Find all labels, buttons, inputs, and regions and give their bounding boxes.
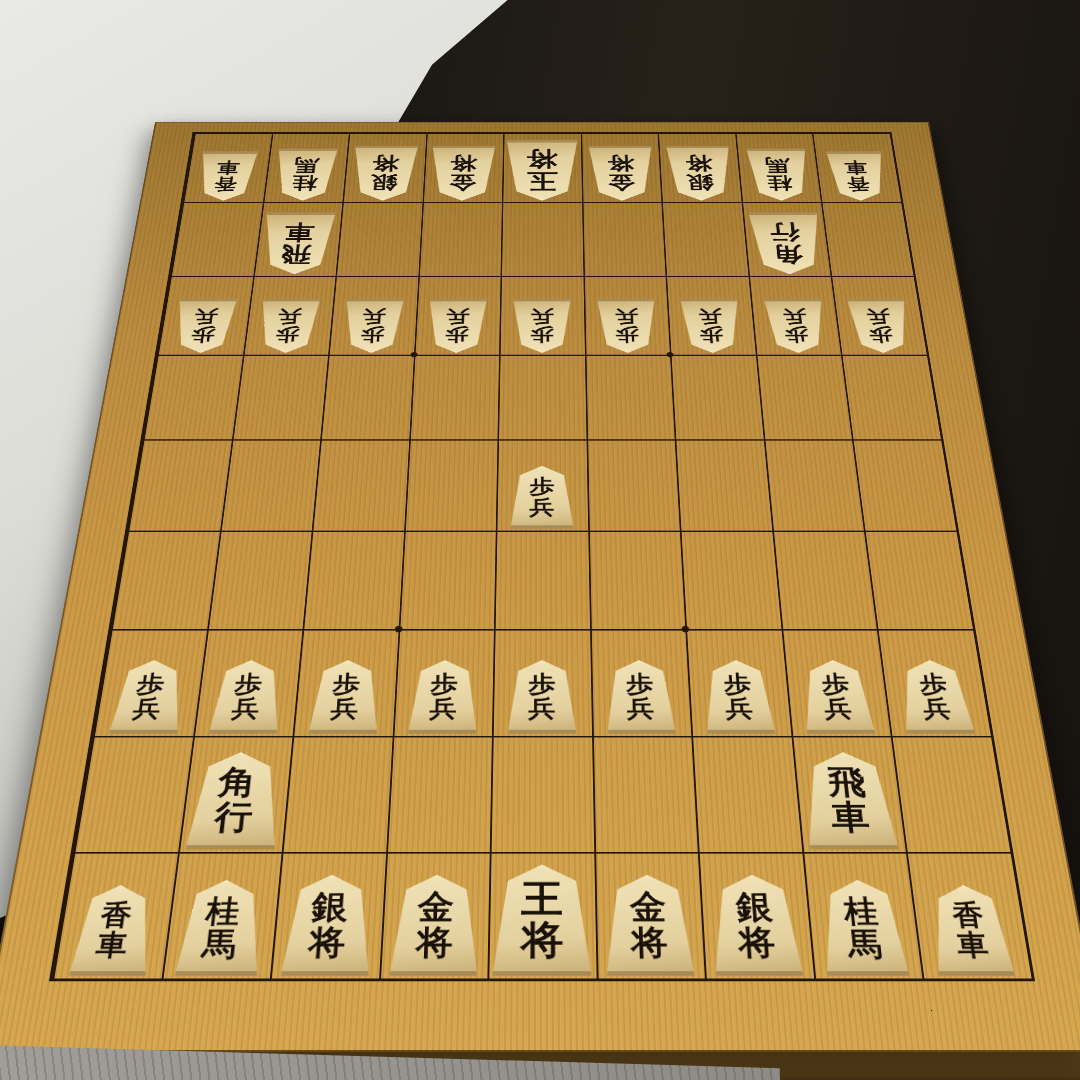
square-1-h[interactable] — [891, 736, 1010, 852]
square-5-i[interactable]: 王将 — [488, 852, 597, 979]
piece-gote-lance[interactable]: 香車 — [194, 151, 259, 200]
square-5-b[interactable] — [501, 202, 584, 276]
piece-kanji: 行 — [769, 222, 801, 243]
piece-kanji: 歩 — [234, 673, 264, 696]
piece-kanji: 兵 — [231, 697, 261, 720]
piece-kanji: 兵 — [627, 697, 655, 720]
square-8-c[interactable]: 歩兵 — [243, 276, 336, 355]
piece-sente-gold[interactable]: 金将 — [603, 875, 697, 976]
piece-kanji: 銀 — [686, 173, 714, 191]
square-9-g[interactable]: 歩兵 — [93, 629, 207, 736]
square-3-g[interactable]: 歩兵 — [686, 629, 792, 736]
piece-kanji: 香 — [213, 176, 238, 192]
square-2-d[interactable] — [756, 355, 853, 440]
square-9-b[interactable] — [171, 202, 263, 276]
piece-sente-lance[interactable]: 香車 — [67, 885, 159, 976]
piece-sente-rook[interactable]: 飛車 — [798, 752, 900, 849]
piece-kanji: 王 — [521, 880, 563, 918]
piece-kanji: 歩 — [626, 673, 654, 696]
piece-kanji: 歩 — [918, 673, 949, 696]
piece-kanji: 兵 — [446, 308, 470, 325]
piece-kanji: 車 — [830, 801, 872, 835]
square-2-c[interactable]: 歩兵 — [748, 276, 841, 355]
piece-kanji: 兵 — [530, 308, 553, 325]
square-2-g[interactable]: 歩兵 — [781, 629, 891, 736]
square-4-f[interactable] — [588, 531, 686, 630]
piece-kanji: 銀 — [310, 890, 349, 923]
square-5-e[interactable]: 歩兵 — [496, 439, 588, 530]
piece-kanji: 車 — [844, 160, 869, 175]
piece-kanji: 香 — [99, 901, 134, 929]
square-1-b[interactable] — [821, 202, 913, 276]
piece-kanji: 馬 — [201, 928, 238, 959]
piece-sente-knight[interactable]: 桂馬 — [173, 880, 268, 976]
piece-kanji: 歩 — [445, 326, 469, 343]
piece-sente-pawn[interactable]: 歩兵 — [895, 660, 976, 733]
piece-gote-pawn[interactable]: 歩兵 — [255, 299, 322, 353]
square-2-b[interactable]: 角行 — [741, 202, 830, 276]
square-6-b[interactable] — [418, 202, 502, 276]
square-4-g[interactable]: 歩兵 — [590, 629, 692, 736]
piece-kanji: 歩 — [275, 326, 300, 343]
piece-kanji: 玉 — [526, 170, 557, 191]
piece-kanji: 香 — [950, 901, 985, 929]
piece-sente-lance[interactable]: 香車 — [925, 885, 1017, 976]
piece-gote-rook[interactable]: 飛車 — [258, 213, 338, 275]
square-5-g[interactable]: 歩兵 — [492, 629, 592, 736]
piece-gote-pawn[interactable]: 歩兵 — [679, 299, 744, 353]
square-4-c[interactable]: 歩兵 — [583, 276, 670, 355]
square-1-c[interactable]: 歩兵 — [831, 276, 927, 355]
square-2-e[interactable] — [764, 439, 865, 530]
piece-gote-knight[interactable]: 桂馬 — [745, 149, 813, 201]
piece-sente-silver[interactable]: 銀将 — [708, 875, 806, 976]
piece-kanji: 飛 — [280, 243, 312, 264]
square-5-c[interactable]: 歩兵 — [499, 276, 584, 355]
square-9-a[interactable]: 香車 — [183, 133, 272, 202]
square-7-b[interactable] — [336, 202, 423, 276]
square-8-a[interactable]: 桂馬 — [263, 133, 349, 202]
piece-sente-gold[interactable]: 金将 — [387, 875, 481, 976]
square-7-c[interactable]: 歩兵 — [328, 276, 418, 355]
piece-kanji: 将 — [737, 925, 776, 959]
piece-kanji: 将 — [307, 925, 346, 959]
square-8-f[interactable] — [207, 531, 312, 630]
square-2-h[interactable]: 飛車 — [791, 736, 906, 852]
square-1-d[interactable] — [841, 355, 941, 440]
scene: 香車桂馬銀将金将玉将金将銀将桂馬香車飛車角行歩兵歩兵歩兵歩兵歩兵歩兵歩兵歩兵歩兵… — [0, 0, 1080, 1080]
piece-sente-pawn[interactable]: 歩兵 — [207, 660, 286, 733]
piece-sente-pawn[interactable]: 歩兵 — [604, 660, 677, 733]
board-grid: 香車桂馬銀将金将玉将金将銀将桂馬香車飛車角行歩兵歩兵歩兵歩兵歩兵歩兵歩兵歩兵歩兵… — [49, 132, 1035, 981]
piece-kanji: 将 — [607, 154, 634, 172]
piece-kanji: 兵 — [865, 308, 891, 325]
piece-sente-pawn[interactable]: 歩兵 — [798, 660, 877, 733]
square-6-c[interactable]: 歩兵 — [414, 276, 501, 355]
square-4-d[interactable] — [585, 355, 675, 440]
piece-kanji: 兵 — [528, 697, 556, 720]
square-9-c[interactable]: 歩兵 — [157, 276, 253, 355]
piece-kanji: 歩 — [615, 326, 639, 343]
piece-sente-pawn[interactable]: 歩兵 — [307, 660, 383, 733]
square-2-f[interactable] — [772, 531, 877, 630]
piece-kanji: 将 — [631, 925, 669, 959]
piece-gote-pawn[interactable]: 歩兵 — [340, 299, 405, 353]
piece-sente-knight[interactable]: 桂馬 — [816, 880, 911, 976]
square-9-i[interactable]: 香車 — [52, 852, 177, 979]
piece-kanji: 将 — [371, 154, 399, 172]
square-3-h[interactable] — [692, 736, 803, 852]
piece-sente-pawn[interactable]: 歩兵 — [509, 466, 575, 529]
square-1-f[interactable] — [864, 531, 973, 630]
square-6-g[interactable]: 歩兵 — [392, 629, 494, 736]
square-4-i[interactable]: 金将 — [594, 852, 705, 979]
piece-sente-pawn[interactable]: 歩兵 — [407, 660, 480, 733]
square-5-f[interactable] — [494, 531, 590, 630]
piece-kanji: 兵 — [725, 697, 754, 720]
piece-kanji: 車 — [216, 160, 241, 175]
square-6-e[interactable] — [404, 439, 498, 530]
square-6-a[interactable]: 金将 — [422, 133, 503, 202]
piece-sente-pawn[interactable]: 歩兵 — [701, 660, 777, 733]
square-1-i[interactable]: 香車 — [906, 852, 1031, 979]
piece-sente-king[interactable]: 王将 — [490, 865, 593, 976]
piece-kanji: 桂 — [205, 895, 242, 926]
square-8-e[interactable] — [220, 439, 321, 530]
piece-gote-pawn[interactable]: 歩兵 — [846, 299, 915, 353]
square-7-i[interactable]: 銀将 — [270, 852, 386, 979]
square-3-b[interactable] — [662, 202, 749, 276]
square-3-d[interactable] — [670, 355, 763, 440]
square-2-i[interactable]: 桂馬 — [802, 852, 923, 979]
square-6-d[interactable] — [409, 355, 499, 440]
square-1-a[interactable]: 香車 — [812, 133, 901, 202]
square-3-f[interactable] — [680, 531, 781, 630]
piece-kanji: 車 — [955, 931, 990, 960]
piece-kanji: 飛 — [826, 766, 867, 799]
piece-sente-silver[interactable]: 銀将 — [279, 875, 377, 976]
square-7-e[interactable] — [312, 439, 409, 530]
square-7-d[interactable] — [320, 355, 413, 440]
piece-gote-pawn[interactable]: 歩兵 — [511, 299, 572, 353]
piece-kanji: 金 — [607, 173, 635, 191]
square-3-c[interactable]: 歩兵 — [666, 276, 756, 355]
square-9-h[interactable] — [74, 736, 193, 852]
piece-gote-gold[interactable]: 金将 — [429, 146, 497, 201]
piece-kanji: 馬 — [764, 157, 790, 174]
square-6-f[interactable] — [398, 531, 496, 630]
piece-kanji: 桂 — [766, 175, 793, 192]
piece-kanji: 兵 — [132, 697, 163, 720]
piece-kanji: 将 — [450, 154, 477, 172]
piece-kanji: 歩 — [723, 673, 752, 696]
piece-kanji: 将 — [521, 920, 564, 959]
piece-gote-pawn[interactable]: 歩兵 — [170, 299, 239, 353]
square-8-b[interactable]: 飛車 — [253, 202, 342, 276]
square-1-g[interactable]: 歩兵 — [877, 629, 991, 736]
piece-kanji: 歩 — [528, 673, 555, 696]
piece-gote-silver[interactable]: 銀将 — [349, 146, 419, 201]
piece-kanji: 将 — [685, 154, 713, 172]
piece-kanji: 金 — [449, 173, 477, 191]
piece-sente-bishop[interactable]: 角行 — [183, 752, 285, 849]
piece-kanji: 角 — [771, 243, 803, 264]
board-squares: 香車桂馬銀将金将玉将金将銀将桂馬香車飛車角行歩兵歩兵歩兵歩兵歩兵歩兵歩兵歩兵歩兵… — [52, 133, 1031, 978]
piece-kanji: 歩 — [135, 673, 166, 696]
piece-gote-king[interactable]: 玉将 — [504, 140, 580, 200]
piece-kanji: 歩 — [430, 673, 458, 696]
piece-sente-pawn[interactable]: 歩兵 — [108, 660, 189, 733]
piece-gote-pawn[interactable]: 歩兵 — [426, 299, 489, 353]
piece-kanji: 将 — [415, 925, 453, 959]
square-4-h[interactable] — [592, 736, 698, 852]
square-8-d[interactable] — [232, 355, 329, 440]
piece-kanji: 兵 — [782, 308, 807, 325]
piece-kanji: 兵 — [922, 697, 953, 720]
piece-kanji: 歩 — [699, 326, 724, 343]
piece-kanji: 馬 — [846, 928, 883, 959]
square-8-g[interactable]: 歩兵 — [193, 629, 303, 736]
piece-kanji: 歩 — [190, 326, 216, 343]
piece-kanji: 将 — [526, 149, 557, 170]
square-4-a[interactable]: 金将 — [581, 133, 662, 202]
square-7-a[interactable]: 銀将 — [342, 133, 426, 202]
square-8-h[interactable]: 角行 — [178, 736, 293, 852]
piece-kanji: 歩 — [784, 326, 809, 343]
piece-kanji: 兵 — [330, 697, 359, 720]
piece-gote-bishop[interactable]: 角行 — [747, 213, 827, 275]
square-3-a[interactable]: 銀将 — [658, 133, 742, 202]
piece-gote-pawn[interactable]: 歩兵 — [762, 299, 829, 353]
piece-kanji: 兵 — [277, 308, 302, 325]
piece-kanji: 歩 — [360, 326, 385, 343]
piece-kanji: 車 — [283, 222, 315, 243]
piece-kanji: 兵 — [823, 697, 853, 720]
square-5-a[interactable]: 玉将 — [502, 133, 582, 202]
piece-kanji: 銀 — [735, 890, 774, 923]
piece-kanji: 桂 — [291, 175, 318, 192]
square-1-e[interactable] — [852, 439, 956, 530]
square-9-d[interactable] — [143, 355, 243, 440]
square-7-g[interactable]: 歩兵 — [293, 629, 399, 736]
piece-kanji: 金 — [630, 890, 667, 923]
square-9-f[interactable] — [111, 531, 220, 630]
square-4-e[interactable] — [586, 439, 680, 530]
piece-kanji: 兵 — [193, 308, 219, 325]
square-7-h[interactable] — [282, 736, 393, 852]
piece-gote-knight[interactable]: 桂馬 — [271, 149, 339, 201]
piece-sente-pawn[interactable]: 歩兵 — [506, 660, 577, 733]
piece-kanji: 兵 — [361, 308, 386, 325]
piece-gote-silver[interactable]: 銀将 — [665, 146, 735, 201]
square-5-h[interactable] — [490, 736, 594, 852]
piece-gote-lance[interactable]: 香車 — [825, 151, 890, 200]
piece-kanji: 行 — [213, 801, 255, 835]
square-5-d[interactable] — [498, 355, 587, 440]
piece-kanji: 歩 — [821, 673, 851, 696]
piece-kanji: 金 — [417, 890, 454, 923]
square-7-f[interactable] — [303, 531, 404, 630]
piece-kanji: 兵 — [614, 308, 638, 325]
piece-kanji: 桂 — [843, 895, 880, 926]
piece-kanji: 香 — [846, 176, 871, 192]
piece-kanji: 歩 — [332, 673, 361, 696]
square-8-i[interactable]: 桂馬 — [161, 852, 282, 979]
piece-gote-gold[interactable]: 金将 — [587, 146, 655, 201]
shogi-board-surface: 香車桂馬銀将金将玉将金将銀将桂馬香車飛車角行歩兵歩兵歩兵歩兵歩兵歩兵歩兵歩兵歩兵… — [0, 122, 1080, 1052]
piece-gote-pawn[interactable]: 歩兵 — [595, 299, 658, 353]
piece-kanji: 兵 — [698, 308, 723, 325]
square-2-a[interactable]: 桂馬 — [735, 133, 821, 202]
piece-kanji: 馬 — [293, 157, 319, 174]
square-6-h[interactable] — [386, 736, 492, 852]
piece-kanji: 歩 — [868, 326, 894, 343]
piece-kanji: 兵 — [529, 497, 554, 517]
piece-kanji: 角 — [217, 766, 258, 799]
square-6-i[interactable]: 金将 — [379, 852, 490, 979]
piece-kanji: 兵 — [429, 697, 457, 720]
square-9-e[interactable] — [128, 439, 232, 530]
piece-kanji: 歩 — [530, 326, 554, 343]
piece-kanji: 銀 — [370, 173, 398, 191]
square-4-b[interactable] — [582, 202, 666, 276]
piece-kanji: 車 — [94, 931, 129, 960]
square-3-e[interactable] — [675, 439, 772, 530]
square-3-i[interactable]: 銀将 — [698, 852, 814, 979]
piece-kanji: 歩 — [529, 477, 554, 497]
